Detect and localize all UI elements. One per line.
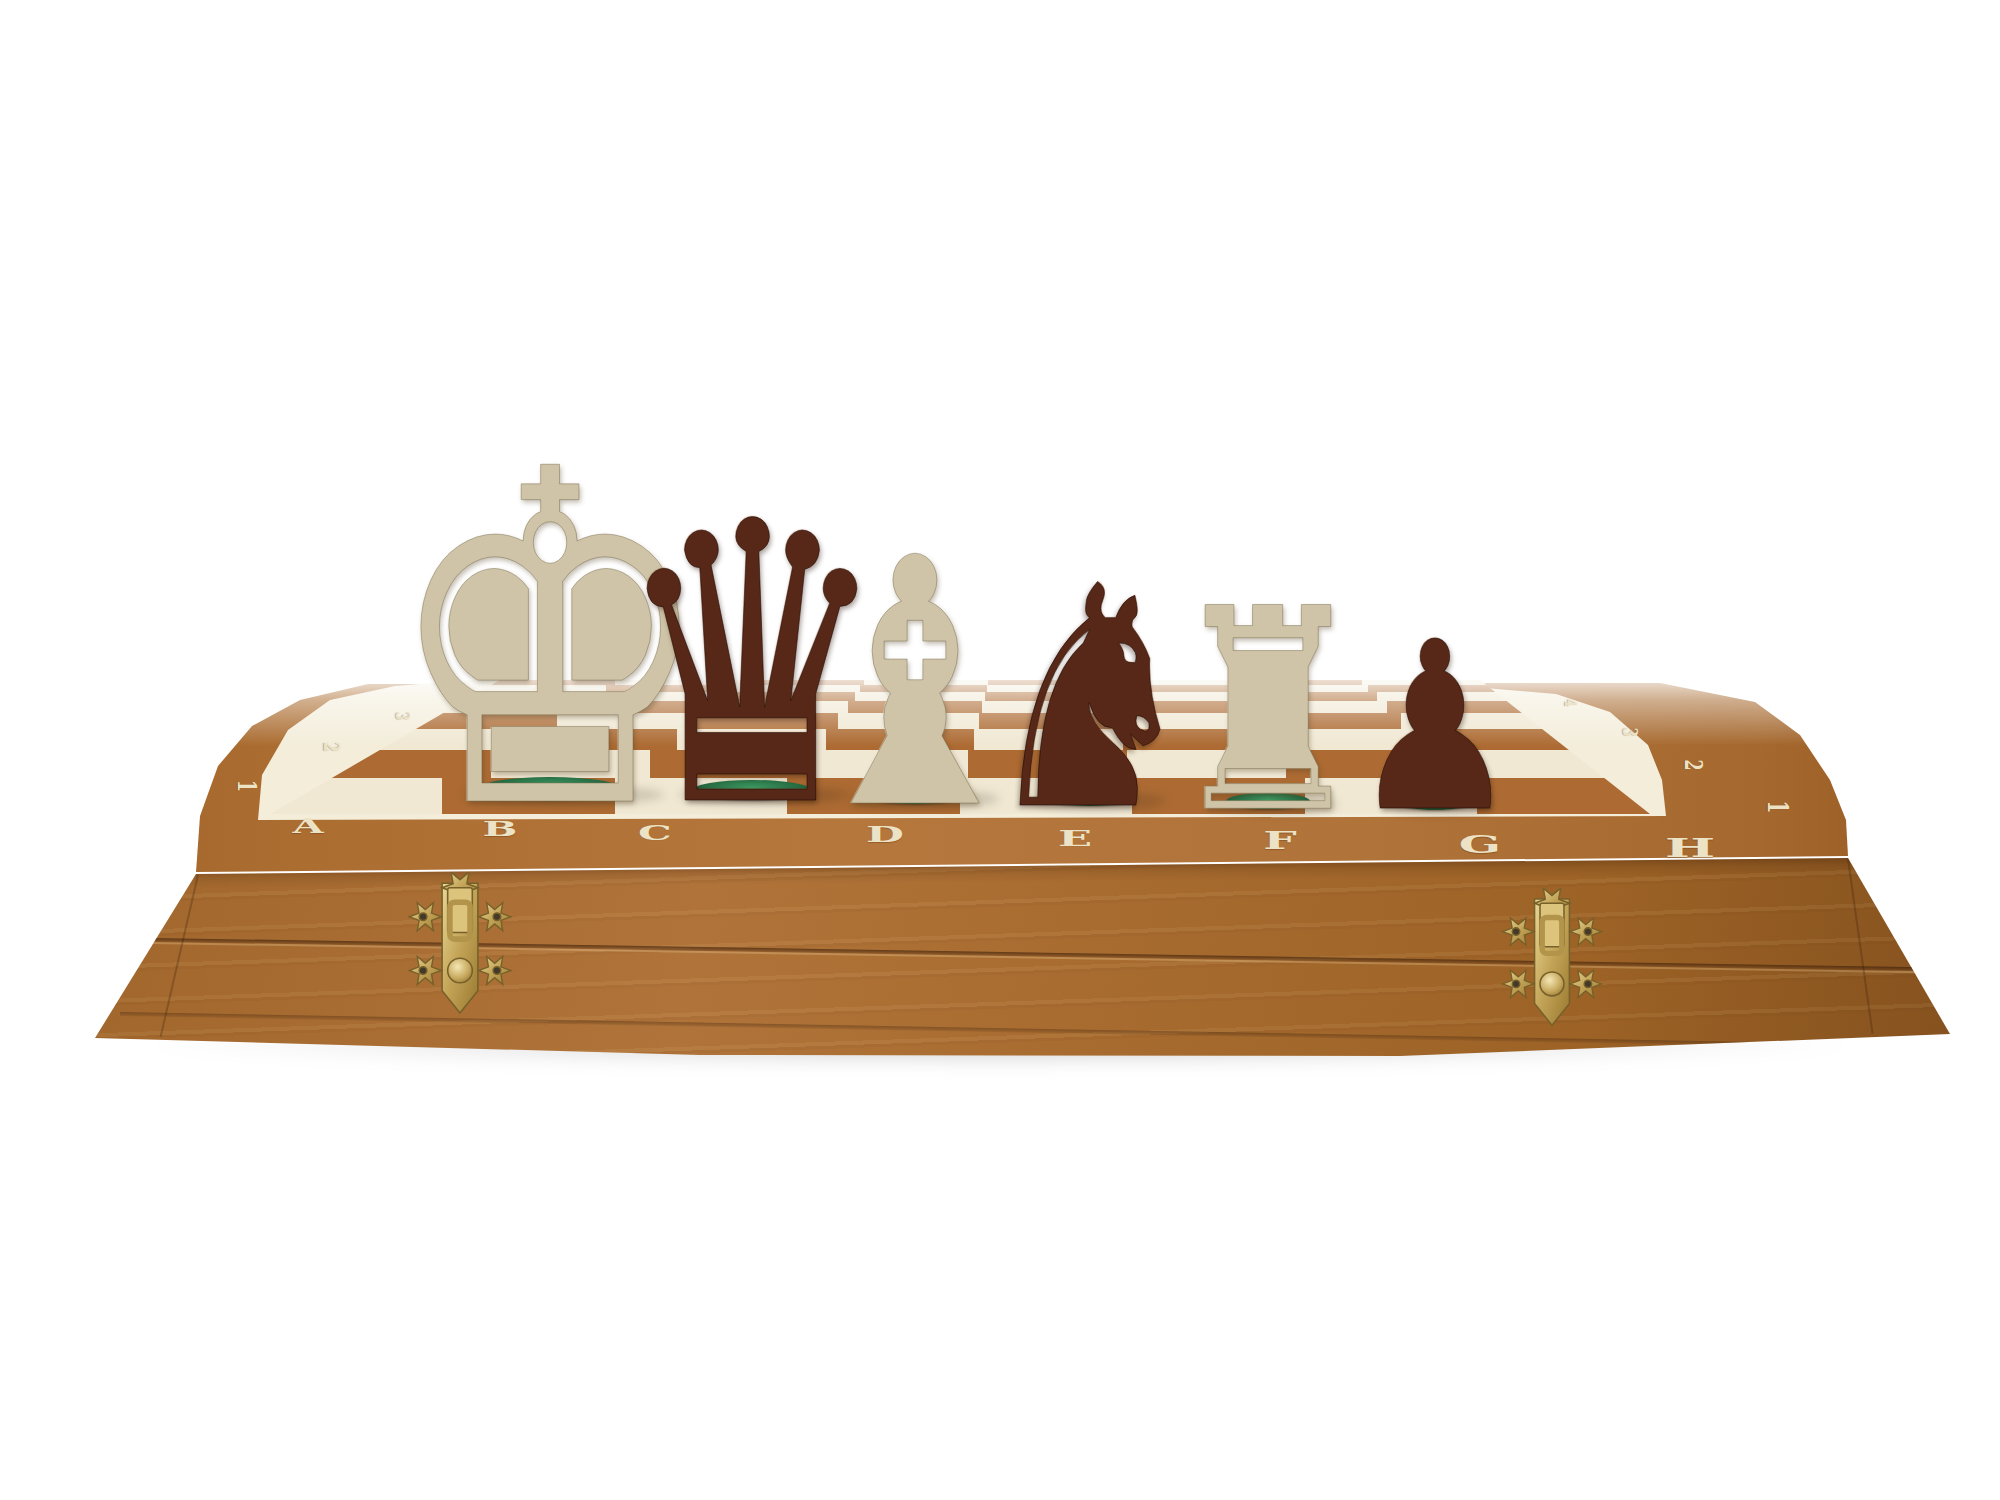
right-latch [1494,888,1610,1034]
board-rank-row-1 [270,778,1650,814]
far-edge-haze [190,676,1850,746]
box-right-edge [1847,859,1873,1034]
board-rank-row-2 [332,750,1605,778]
box-bottom-groove [120,1012,1920,1049]
product-photo-scene: ABCDEFGH 12341234 ♚♛♝♞♜♟ [0,0,2000,1500]
box-lid-seam-highlight [96,941,1952,974]
left-latch [404,872,516,1022]
